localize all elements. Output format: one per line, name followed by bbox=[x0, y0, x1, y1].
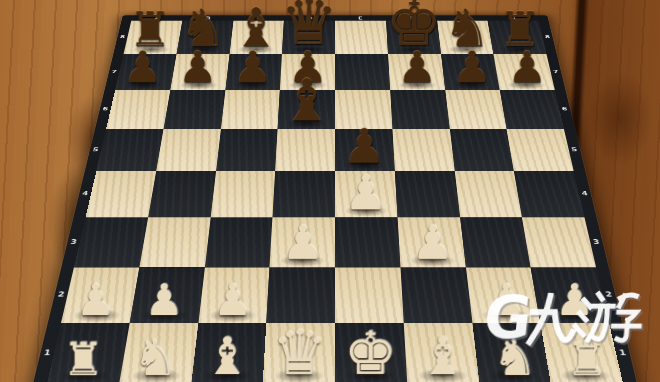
square-e7[interactable] bbox=[335, 54, 390, 90]
square-h7[interactable]: ♟ bbox=[494, 54, 555, 90]
piece-shadow bbox=[395, 45, 433, 53]
square-a1[interactable]: ♜ bbox=[47, 323, 130, 382]
square-g7[interactable]: ♟ bbox=[441, 54, 500, 90]
rank-label-right-2: 2 bbox=[596, 267, 622, 322]
square-d1[interactable]: ♛ bbox=[263, 323, 335, 382]
piece-shadow bbox=[140, 308, 190, 322]
rank-label-right-5: 5 bbox=[564, 129, 585, 171]
piece-shadow bbox=[71, 308, 121, 322]
rank-label-right-7: 7 bbox=[546, 54, 565, 90]
rank-labels-right: 87654321 bbox=[539, 21, 637, 382]
square-e3[interactable] bbox=[335, 217, 400, 267]
square-a2[interactable]: ♟ bbox=[61, 267, 139, 322]
piece-shadow bbox=[506, 81, 546, 90]
square-h3[interactable] bbox=[522, 217, 596, 267]
square-e5[interactable]: ♟ bbox=[335, 129, 395, 171]
square-b7[interactable]: ♟ bbox=[170, 54, 229, 90]
board-scene: ABCDEFGH 87654321 87654321 ♜♞♝♛♚♞♜♟♟♟♟♟♟… bbox=[0, 0, 660, 382]
square-g3[interactable] bbox=[460, 217, 531, 267]
black-knight-g8[interactable]: ♞ bbox=[444, 4, 491, 52]
square-g4[interactable] bbox=[454, 171, 522, 217]
white-pawn-d3[interactable]: ♟ bbox=[282, 222, 324, 265]
square-c2[interactable]: ♟ bbox=[198, 267, 270, 322]
square-a6[interactable] bbox=[106, 90, 170, 129]
file-label-a: A bbox=[131, 15, 183, 20]
file-labels-top: ABCDEFGH bbox=[131, 15, 538, 20]
piece-shadow bbox=[344, 205, 388, 216]
rank-label-left-7: 7 bbox=[105, 54, 124, 90]
square-a7[interactable]: ♟ bbox=[115, 54, 176, 90]
square-e2[interactable] bbox=[335, 267, 403, 322]
square-h6[interactable] bbox=[500, 90, 564, 129]
square-f2[interactable] bbox=[400, 267, 472, 322]
piece-shadow bbox=[488, 368, 540, 382]
white-king-e1[interactable]: ♚ bbox=[344, 326, 397, 381]
white-pawn-f3[interactable]: ♟ bbox=[412, 222, 454, 265]
square-c4[interactable] bbox=[210, 171, 275, 217]
white-pawn-a2[interactable]: ♟ bbox=[76, 280, 115, 320]
square-d2[interactable] bbox=[267, 267, 335, 322]
square-d3[interactable]: ♟ bbox=[270, 217, 335, 267]
square-c8[interactable]: ♝ bbox=[229, 21, 284, 54]
white-rook-a1[interactable]: ♜ bbox=[63, 339, 104, 381]
white-pawn-b2[interactable]: ♟ bbox=[145, 280, 184, 320]
rank-label-left-6: 6 bbox=[95, 90, 115, 129]
rank-label-left-3: 3 bbox=[61, 217, 85, 267]
square-f7[interactable]: ♟ bbox=[388, 54, 445, 90]
black-pawn-f7[interactable]: ♟ bbox=[398, 48, 437, 88]
square-b6[interactable] bbox=[163, 90, 225, 129]
rank-labels-left: 87654321 bbox=[33, 21, 131, 382]
black-pawn-b7[interactable]: ♟ bbox=[178, 48, 217, 88]
square-g1[interactable]: ♞ bbox=[472, 323, 551, 382]
square-b3[interactable] bbox=[139, 217, 210, 267]
piece-shadow bbox=[178, 81, 218, 90]
square-a4[interactable] bbox=[86, 171, 156, 217]
piece-shadow bbox=[274, 368, 325, 382]
rank-label-right-6: 6 bbox=[555, 90, 575, 129]
square-a5[interactable] bbox=[96, 129, 163, 171]
black-bishop-d6[interactable]: ♝ bbox=[280, 73, 332, 126]
piece-shadow bbox=[237, 45, 275, 53]
square-f3[interactable]: ♟ bbox=[397, 217, 465, 267]
chess-board[interactable]: ABCDEFGH 87654321 87654321 ♜♞♝♛♚♞♜♟♟♟♟♟♟… bbox=[30, 15, 640, 382]
black-pawn-d7[interactable]: ♟ bbox=[288, 48, 327, 88]
square-c1[interactable]: ♝ bbox=[191, 323, 267, 382]
rank-label-right-1: 1 bbox=[609, 323, 637, 382]
piece-shadow bbox=[548, 308, 598, 322]
square-d7[interactable]: ♟ bbox=[280, 54, 335, 90]
square-b2[interactable]: ♟ bbox=[130, 267, 205, 322]
file-label-g: G bbox=[436, 15, 488, 20]
square-e8[interactable] bbox=[335, 21, 388, 54]
square-d5[interactable] bbox=[275, 129, 335, 171]
black-rook-h8[interactable]: ♜ bbox=[498, 8, 541, 52]
piece-shadow bbox=[290, 45, 327, 53]
square-f8[interactable]: ♚ bbox=[386, 21, 441, 54]
black-knight-b8[interactable]: ♞ bbox=[180, 4, 227, 52]
square-f5[interactable] bbox=[392, 129, 454, 171]
square-c5[interactable] bbox=[216, 129, 278, 171]
piece-shadow bbox=[184, 45, 222, 53]
piece-shadow bbox=[452, 81, 492, 90]
square-g5[interactable] bbox=[449, 129, 514, 171]
square-f4[interactable] bbox=[395, 171, 460, 217]
piece-shadow bbox=[233, 81, 272, 90]
square-h8[interactable]: ♜ bbox=[488, 21, 547, 54]
rank-label-left-1: 1 bbox=[33, 323, 61, 382]
square-g8[interactable]: ♞ bbox=[437, 21, 494, 54]
piece-shadow bbox=[500, 45, 538, 53]
piece-shadow bbox=[344, 160, 386, 170]
black-bishop-c8[interactable]: ♝ bbox=[232, 3, 280, 52]
piece-shadow bbox=[288, 81, 327, 90]
square-b4[interactable] bbox=[148, 171, 216, 217]
piece-shadow bbox=[448, 45, 486, 53]
rank-label-right-4: 4 bbox=[574, 171, 597, 217]
rank-label-right-3: 3 bbox=[584, 217, 608, 267]
black-pawn-h7[interactable]: ♟ bbox=[507, 48, 546, 88]
square-b5[interactable] bbox=[156, 129, 221, 171]
rank-label-left-8: 8 bbox=[113, 21, 131, 54]
black-pawn-c7[interactable]: ♟ bbox=[233, 48, 272, 88]
square-h4[interactable] bbox=[514, 171, 584, 217]
square-c7[interactable]: ♟ bbox=[225, 54, 282, 90]
rank-label-left-5: 5 bbox=[85, 129, 106, 171]
file-label-b: B bbox=[182, 15, 234, 20]
white-pawn-e4[interactable]: ♟ bbox=[345, 171, 388, 215]
square-h5[interactable] bbox=[507, 129, 574, 171]
piece-shadow bbox=[480, 308, 530, 322]
piece-shadow bbox=[58, 368, 111, 382]
square-d8[interactable]: ♛ bbox=[282, 21, 335, 54]
black-rook-a8[interactable]: ♜ bbox=[129, 8, 172, 52]
piece-shadow bbox=[130, 368, 182, 382]
piece-shadow bbox=[409, 254, 456, 267]
white-knight-b1[interactable]: ♞ bbox=[133, 335, 177, 380]
square-c6[interactable] bbox=[221, 90, 280, 129]
square-d6[interactable]: ♝ bbox=[278, 90, 335, 129]
file-label-c: C bbox=[233, 15, 284, 20]
square-a3[interactable] bbox=[74, 217, 148, 267]
black-pawn-a7[interactable]: ♟ bbox=[123, 48, 162, 88]
white-queen-d1[interactable]: ♛ bbox=[272, 324, 327, 380]
white-pawn-h2[interactable]: ♟ bbox=[555, 280, 594, 320]
white-bishop-c1[interactable]: ♝ bbox=[204, 333, 250, 380]
square-a8[interactable]: ♜ bbox=[124, 21, 183, 54]
chess-board-squares[interactable]: ♜♞♝♛♚♞♜♟♟♟♟♟♟♟♝♟♟♟♟♟♟♟♟♟♜♞♝♛♚♝♞♜ bbox=[47, 21, 623, 382]
square-e6[interactable] bbox=[335, 90, 392, 129]
file-label-f: F bbox=[386, 15, 437, 20]
piece-shadow bbox=[398, 81, 437, 90]
white-bishop-f1[interactable]: ♝ bbox=[420, 333, 466, 380]
piece-shadow bbox=[280, 254, 326, 267]
piece-shadow bbox=[286, 119, 326, 129]
square-d4[interactable] bbox=[273, 171, 335, 217]
piece-shadow bbox=[124, 81, 164, 90]
rank-label-left-4: 4 bbox=[74, 171, 97, 217]
square-e4[interactable]: ♟ bbox=[335, 171, 397, 217]
file-label-h: H bbox=[487, 15, 539, 20]
square-g6[interactable] bbox=[445, 90, 507, 129]
file-label-d: D bbox=[284, 15, 335, 20]
black-pawn-e5[interactable]: ♟ bbox=[343, 125, 386, 169]
piece-shadow bbox=[417, 368, 468, 382]
square-c3[interactable] bbox=[204, 217, 272, 267]
chess-app-screenshot: ABCDEFGH 87654321 87654321 ♜♞♝♛♚♞♜♟♟♟♟♟♟… bbox=[0, 0, 660, 382]
piece-shadow bbox=[202, 368, 253, 382]
white-pawn-g2[interactable]: ♟ bbox=[486, 280, 525, 320]
black-king-f8[interactable]: ♚ bbox=[386, 0, 442, 52]
piece-shadow bbox=[559, 368, 612, 382]
white-knight-g1[interactable]: ♞ bbox=[493, 335, 537, 380]
square-f6[interactable] bbox=[390, 90, 449, 129]
piece-shadow bbox=[346, 368, 397, 382]
black-queen-d8[interactable]: ♛ bbox=[280, 0, 337, 52]
square-h2[interactable]: ♟ bbox=[531, 267, 609, 322]
square-e1[interactable]: ♚ bbox=[335, 323, 407, 382]
white-pawn-c2[interactable]: ♟ bbox=[213, 280, 252, 320]
piece-shadow bbox=[132, 45, 170, 53]
piece-shadow bbox=[208, 308, 257, 322]
square-b1[interactable]: ♞ bbox=[119, 323, 198, 382]
square-b8[interactable]: ♞ bbox=[176, 21, 233, 54]
square-f1[interactable]: ♝ bbox=[403, 323, 479, 382]
square-g2[interactable]: ♟ bbox=[466, 267, 541, 322]
rank-label-left-2: 2 bbox=[48, 267, 74, 322]
square-h1[interactable]: ♜ bbox=[540, 323, 623, 382]
white-rook-h1[interactable]: ♜ bbox=[566, 339, 607, 381]
file-label-e: E bbox=[335, 15, 386, 20]
black-pawn-g7[interactable]: ♟ bbox=[453, 48, 492, 88]
rank-label-right-8: 8 bbox=[539, 21, 557, 54]
